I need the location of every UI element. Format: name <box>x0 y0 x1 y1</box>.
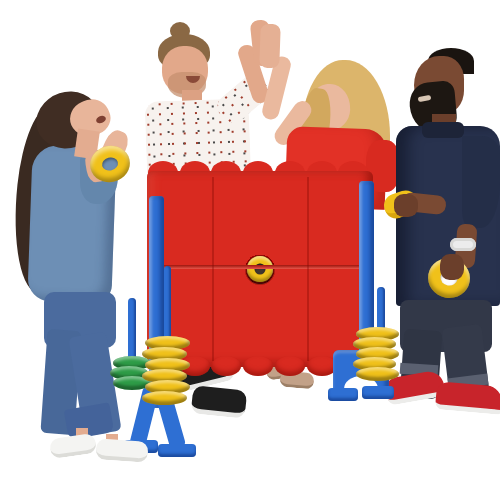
right-man-collar <box>422 122 464 138</box>
right-man-hand <box>440 254 464 280</box>
stacked-yellow-ring <box>356 367 399 381</box>
board-cell-r6c7 <box>149 177 371 361</box>
stacked-yellow-ring <box>142 391 187 405</box>
frame-right-foot-pad <box>328 388 358 401</box>
frame-left-front-peg <box>164 266 171 342</box>
board-mid-seam <box>149 265 371 269</box>
center-man-black-sneaker <box>191 385 248 418</box>
board-module-seam <box>212 177 214 361</box>
board-grid <box>149 177 371 361</box>
right-man-sleeve <box>462 136 500 228</box>
yellow-ring <box>247 256 273 282</box>
center-woman-highfive-hand <box>259 24 281 69</box>
product-photo <box>0 0 500 500</box>
right-man-white-watch <box>450 238 476 251</box>
frame-left-rear-peg <box>128 298 136 364</box>
left-woman-white-sneaker <box>95 438 148 463</box>
frame-right-foot-pad <box>362 386 394 399</box>
right-man-red-sneaker <box>435 381 500 415</box>
board-module-seam <box>307 177 309 361</box>
frame-left-foot <box>158 444 196 457</box>
ring-hole <box>101 156 120 172</box>
right-man-hand <box>394 194 418 217</box>
